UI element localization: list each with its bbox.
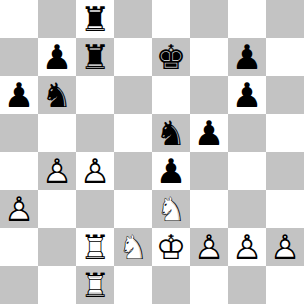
square-g6[interactable]: ♟ [228, 76, 266, 114]
piece-white-pawn[interactable]: ♟♙ [76, 152, 114, 190]
square-h2[interactable]: ♟♙ [266, 228, 304, 266]
piece-white-pawn[interactable]: ♟♙ [266, 228, 304, 266]
square-a3[interactable]: ♟♙ [0, 190, 38, 228]
piece-white-rook[interactable]: ♜♖ [76, 228, 114, 266]
square-c5[interactable] [76, 114, 114, 152]
piece-white-rook[interactable]: ♜♖ [76, 266, 114, 304]
piece-fill-layer: ♚ [152, 38, 190, 76]
piece-white-knight[interactable]: ♞♘ [152, 190, 190, 228]
square-a2[interactable] [0, 228, 38, 266]
square-e6[interactable] [152, 76, 190, 114]
piece-fill-layer: ♞ [152, 114, 190, 152]
piece-black-knight[interactable]: ♞ [38, 76, 76, 114]
piece-white-pawn[interactable]: ♟♙ [190, 228, 228, 266]
square-g3[interactable] [228, 190, 266, 228]
square-e3[interactable]: ♞♘ [152, 190, 190, 228]
square-h8[interactable] [266, 0, 304, 38]
square-g1[interactable] [228, 266, 266, 304]
square-h4[interactable] [266, 152, 304, 190]
piece-outline-layer: ♙ [266, 228, 304, 266]
piece-outline-layer: ♘ [152, 190, 190, 228]
square-c7[interactable]: ♜ [76, 38, 114, 76]
piece-black-king[interactable]: ♚ [152, 38, 190, 76]
square-b2[interactable] [38, 228, 76, 266]
square-e1[interactable] [152, 266, 190, 304]
square-d8[interactable] [114, 0, 152, 38]
square-c6[interactable] [76, 76, 114, 114]
square-f4[interactable] [190, 152, 228, 190]
piece-fill-layer: ♟ [38, 38, 76, 76]
square-e7[interactable]: ♚ [152, 38, 190, 76]
square-c2[interactable]: ♜♖ [76, 228, 114, 266]
piece-fill-layer: ♞ [38, 76, 76, 114]
square-a5[interactable] [0, 114, 38, 152]
square-f1[interactable] [190, 266, 228, 304]
piece-fill-layer: ♟ [152, 152, 190, 190]
square-f2[interactable]: ♟♙ [190, 228, 228, 266]
square-d7[interactable] [114, 38, 152, 76]
square-e2[interactable]: ♚♔ [152, 228, 190, 266]
square-b7[interactable]: ♟ [38, 38, 76, 76]
square-e8[interactable] [152, 0, 190, 38]
square-h6[interactable] [266, 76, 304, 114]
piece-fill-layer: ♟ [228, 38, 266, 76]
piece-black-pawn[interactable]: ♟ [152, 152, 190, 190]
square-c8[interactable]: ♜ [76, 0, 114, 38]
square-d6[interactable] [114, 76, 152, 114]
piece-white-pawn[interactable]: ♟♙ [228, 228, 266, 266]
piece-outline-layer: ♘ [114, 228, 152, 266]
piece-fill-layer: ♟ [0, 76, 38, 114]
piece-white-pawn[interactable]: ♟♙ [0, 190, 38, 228]
piece-outline-layer: ♖ [76, 228, 114, 266]
piece-white-pawn[interactable]: ♟♙ [38, 152, 76, 190]
piece-outline-layer: ♖ [76, 266, 114, 304]
piece-black-rook[interactable]: ♜ [76, 0, 114, 38]
square-d2[interactable]: ♞♘ [114, 228, 152, 266]
square-g2[interactable]: ♟♙ [228, 228, 266, 266]
piece-outline-layer: ♙ [228, 228, 266, 266]
square-g4[interactable] [228, 152, 266, 190]
square-c1[interactable]: ♜♖ [76, 266, 114, 304]
piece-black-pawn[interactable]: ♟ [228, 38, 266, 76]
square-a1[interactable] [0, 266, 38, 304]
square-a7[interactable] [0, 38, 38, 76]
piece-outline-layer: ♙ [190, 228, 228, 266]
square-a6[interactable]: ♟ [0, 76, 38, 114]
square-f8[interactable] [190, 0, 228, 38]
square-g7[interactable]: ♟ [228, 38, 266, 76]
piece-fill-layer: ♜ [76, 38, 114, 76]
square-b4[interactable]: ♟♙ [38, 152, 76, 190]
piece-black-knight[interactable]: ♞ [152, 114, 190, 152]
piece-fill-layer: ♜ [76, 0, 114, 38]
chess-board: ♜♟♜♚♟♟♞♟♞♟♟♙♟♙♟♟♙♞♘♜♖♞♘♚♔♟♙♟♙♟♙♜♖ [0, 0, 304, 304]
piece-white-knight[interactable]: ♞♘ [114, 228, 152, 266]
square-g8[interactable] [228, 0, 266, 38]
square-f6[interactable] [190, 76, 228, 114]
square-f3[interactable] [190, 190, 228, 228]
square-b6[interactable]: ♞ [38, 76, 76, 114]
square-h3[interactable] [266, 190, 304, 228]
square-b8[interactable] [38, 0, 76, 38]
square-b3[interactable] [38, 190, 76, 228]
piece-fill-layer: ♟ [228, 76, 266, 114]
square-b1[interactable] [38, 266, 76, 304]
square-d5[interactable] [114, 114, 152, 152]
square-h7[interactable] [266, 38, 304, 76]
square-c3[interactable] [76, 190, 114, 228]
piece-black-pawn[interactable]: ♟ [190, 114, 228, 152]
square-f7[interactable] [190, 38, 228, 76]
square-f5[interactable]: ♟ [190, 114, 228, 152]
square-h1[interactable] [266, 266, 304, 304]
piece-black-pawn[interactable]: ♟ [38, 38, 76, 76]
piece-outline-layer: ♙ [76, 152, 114, 190]
square-a4[interactable] [0, 152, 38, 190]
piece-outline-layer: ♔ [152, 228, 190, 266]
square-a8[interactable] [0, 0, 38, 38]
square-b5[interactable] [38, 114, 76, 152]
square-d3[interactable] [114, 190, 152, 228]
piece-fill-layer: ♟ [190, 114, 228, 152]
square-d1[interactable] [114, 266, 152, 304]
piece-outline-layer: ♙ [38, 152, 76, 190]
piece-black-rook[interactable]: ♜ [76, 38, 114, 76]
square-d4[interactable] [114, 152, 152, 190]
square-g5[interactable] [228, 114, 266, 152]
piece-black-pawn[interactable]: ♟ [0, 76, 38, 114]
piece-outline-layer: ♙ [0, 190, 38, 228]
square-c4[interactable]: ♟♙ [76, 152, 114, 190]
piece-white-king[interactable]: ♚♔ [152, 228, 190, 266]
square-e5[interactable]: ♞ [152, 114, 190, 152]
square-e4[interactable]: ♟ [152, 152, 190, 190]
piece-black-pawn[interactable]: ♟ [228, 76, 266, 114]
square-h5[interactable] [266, 114, 304, 152]
